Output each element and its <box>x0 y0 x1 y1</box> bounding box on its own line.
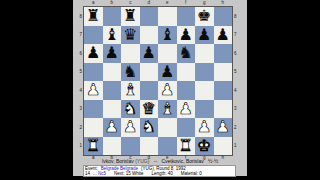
white-queen: ♛ <box>142 100 156 118</box>
square-e2 <box>158 118 177 137</box>
square-c6 <box>121 44 140 63</box>
black-pawn: ♟ <box>160 63 174 81</box>
square-f4 <box>177 81 196 100</box>
square-d7 <box>140 26 159 45</box>
square-h3 <box>214 100 233 119</box>
rank-label-4: 4 <box>79 81 83 100</box>
square-g3 <box>195 100 214 119</box>
square-f7: ♟ <box>177 26 196 45</box>
white-bishop: ♝ <box>123 81 137 99</box>
square-c4: ♝ <box>121 81 140 100</box>
rank-label-7: 7 <box>79 26 83 45</box>
file-label-b: b <box>103 0 122 7</box>
file-label-d: d <box>140 0 159 7</box>
square-g8: ♚ <box>195 7 214 26</box>
square-g2: ♟ <box>195 118 214 137</box>
rank-label-3: 3 <box>79 100 83 119</box>
square-e8 <box>158 7 177 26</box>
rank-label-3: 3 <box>233 100 242 119</box>
square-g1: ♚ <box>195 137 214 156</box>
black-pawn: ♟ <box>86 44 100 62</box>
white-player-name: Ivkov, Borislav <box>102 158 134 164</box>
square-d5 <box>140 63 159 82</box>
square-b8 <box>103 7 122 26</box>
square-g5 <box>195 63 214 82</box>
square-h7: ♟ <box>214 26 233 45</box>
move-number: 14 <box>85 171 90 176</box>
file-label-e: e <box>158 0 177 7</box>
chess-viewer-panel: abcdefgh 87654321 ♜♜♚♝♛♝♟♟♟♟♟♟♞♞♟♟♝♟♞♛♝♟… <box>73 0 247 176</box>
black-pawn: ♟ <box>197 26 211 44</box>
square-c5: ♞ <box>121 63 140 82</box>
rank-label-4: 4 <box>233 81 242 100</box>
video-frame: abcdefgh 87654321 ♜♜♚♝♛♝♟♟♟♟♟♟♞♞♟♟♝♟♞♛♝♟… <box>0 0 320 180</box>
black-rook: ♜ <box>123 7 137 25</box>
square-f6: ♞ <box>177 44 196 63</box>
rank-labels-right: 87654321 <box>233 7 242 155</box>
black-knight: ♞ <box>179 44 193 62</box>
square-d1 <box>140 137 159 156</box>
rank-label-1: 1 <box>79 137 83 156</box>
rank-label-8: 8 <box>79 7 83 26</box>
square-a5 <box>84 63 103 82</box>
last-move: ... Nc5 <box>93 171 106 176</box>
rank-label-1: 1 <box>233 137 242 156</box>
black-player-name: Cvetkovic, Borislav <box>161 158 203 164</box>
black-queen: ♛ <box>123 26 137 44</box>
square-e4: ♟ <box>158 81 177 100</box>
square-a4: ♟ <box>84 81 103 100</box>
square-f2 <box>177 118 196 137</box>
white-pawn: ♟ <box>160 81 174 99</box>
square-f8 <box>177 7 196 26</box>
square-h8 <box>214 7 233 26</box>
white-rook: ♜ <box>86 137 100 155</box>
file-label-a: a <box>84 0 103 7</box>
square-h2: ♟ <box>214 118 233 137</box>
square-b1 <box>103 137 122 156</box>
square-h5 <box>214 63 233 82</box>
square-b4 <box>103 81 122 100</box>
white-pawn: ♟ <box>105 118 119 136</box>
square-d4 <box>140 81 159 100</box>
rank-label-5: 5 <box>233 63 242 82</box>
black-pawn: ♟ <box>105 44 119 62</box>
game-result: ½-½ <box>208 158 218 164</box>
square-c8: ♜ <box>121 7 140 26</box>
black-king: ♚ <box>197 7 211 25</box>
game-length: Length: 40 <box>152 171 173 176</box>
square-e1 <box>158 137 177 156</box>
square-d3: ♛ <box>140 100 159 119</box>
square-b3 <box>103 100 122 119</box>
square-d6: ♟ <box>140 44 159 63</box>
square-e7: ♝ <box>158 26 177 45</box>
file-label-g: g <box>195 0 214 7</box>
game-info-box: Event: Belgrade Belgrade (YUG), Round 8,… <box>83 165 236 177</box>
black-bishop: ♝ <box>105 26 119 44</box>
black-rook: ♜ <box>86 7 100 25</box>
square-f5 <box>177 63 196 82</box>
white-pawn: ♟ <box>123 118 137 136</box>
square-c1 <box>121 137 140 156</box>
square-c7: ♛ <box>121 26 140 45</box>
rank-label-5: 5 <box>79 63 83 82</box>
square-g4 <box>195 81 214 100</box>
white-pawn: ♟ <box>216 118 230 136</box>
rank-label-6: 6 <box>233 44 242 63</box>
black-pawn: ♟ <box>216 26 230 44</box>
white-king: ♚ <box>197 137 211 155</box>
rank-label-2: 2 <box>79 118 83 137</box>
white-rook: ♜ <box>179 137 193 155</box>
square-c3: ♞ <box>121 100 140 119</box>
players-separator: -- <box>154 158 157 164</box>
square-f1: ♜ <box>177 137 196 156</box>
square-g7: ♟ <box>195 26 214 45</box>
rank-label-7: 7 <box>233 26 242 45</box>
black-bishop: ♝ <box>160 26 174 44</box>
square-c2: ♟ <box>121 118 140 137</box>
rank-label-8: 8 <box>233 7 242 26</box>
square-b6: ♟ <box>103 44 122 63</box>
square-h6 <box>214 44 233 63</box>
next-to-move: Next: 15 White <box>114 171 144 176</box>
square-a3 <box>84 100 103 119</box>
file-labels-top: abcdefgh <box>84 0 232 7</box>
status-line: 14 ... Nc5 Next: 15 White Length: 40 Mat… <box>85 171 234 176</box>
square-a7 <box>84 26 103 45</box>
white-pawn: ♟ <box>179 100 193 118</box>
white-knight: ♞ <box>142 118 156 136</box>
rank-labels-left: 87654321 <box>74 7 83 155</box>
file-label-f: f <box>177 0 196 7</box>
square-d8 <box>140 7 159 26</box>
white-pawn: ♟ <box>197 118 211 136</box>
square-a6: ♟ <box>84 44 103 63</box>
white-pawn: ♟ <box>86 81 100 99</box>
white-player-extra: (YUG) <box>135 158 149 164</box>
white-bishop: ♝ <box>160 100 174 118</box>
square-b2: ♟ <box>103 118 122 137</box>
square-a2 <box>84 118 103 137</box>
square-g6 <box>195 44 214 63</box>
material-balance: Material: 0 <box>181 171 202 176</box>
board: ♜♜♚♝♛♝♟♟♟♟♟♟♞♞♟♟♝♟♞♛♝♟♟♟♞♟♟♜♜♚ <box>84 7 232 155</box>
square-a1: ♜ <box>84 137 103 156</box>
square-e6 <box>158 44 177 63</box>
black-knight: ♞ <box>123 63 137 81</box>
file-label-h: h <box>214 0 233 7</box>
rank-label-6: 6 <box>79 44 83 63</box>
square-d2: ♞ <box>140 118 159 137</box>
black-pawn: ♟ <box>179 26 193 44</box>
square-h1 <box>214 137 233 156</box>
black-pawn: ♟ <box>142 44 156 62</box>
square-e3: ♝ <box>158 100 177 119</box>
square-f3: ♟ <box>177 100 196 119</box>
players-line: Ivkov, Borislav (YUG) -- Cvetkovic, Bori… <box>73 158 247 164</box>
square-e5: ♟ <box>158 63 177 82</box>
rank-label-2: 2 <box>233 118 242 137</box>
square-b7: ♝ <box>103 26 122 45</box>
file-label-c: c <box>121 0 140 7</box>
white-knight: ♞ <box>123 100 137 118</box>
square-b5 <box>103 63 122 82</box>
square-h4 <box>214 81 233 100</box>
square-a8: ♜ <box>84 7 103 26</box>
